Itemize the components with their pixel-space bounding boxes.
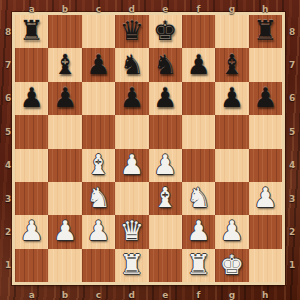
piece-white-pawn[interactable]: ♟	[86, 217, 110, 244]
rank-label-1-left: 1	[5, 260, 11, 270]
square-b8[interactable]	[48, 15, 81, 48]
square-h2[interactable]	[249, 215, 282, 248]
piece-black-knight[interactable]: ♞	[120, 51, 144, 78]
file-label-d-bottom: d	[129, 290, 135, 300]
square-h3[interactable]: ♟	[249, 182, 282, 215]
square-d7[interactable]: ♞	[115, 48, 148, 81]
square-b5[interactable]	[48, 115, 81, 148]
file-label-g-top: g	[229, 4, 235, 14]
piece-black-rook[interactable]: ♜	[20, 17, 44, 44]
square-f3[interactable]: ♞	[182, 182, 215, 215]
piece-black-pawn[interactable]: ♟	[186, 51, 210, 78]
square-d5[interactable]	[115, 115, 148, 148]
piece-white-queen[interactable]: ♛	[120, 217, 144, 244]
square-b1[interactable]	[48, 249, 81, 282]
rank-label-2-right: 2	[289, 227, 295, 237]
square-c2[interactable]: ♟	[82, 215, 115, 248]
square-b7[interactable]: ♝	[48, 48, 81, 81]
piece-black-queen[interactable]: ♛	[120, 17, 144, 44]
square-c6[interactable]	[82, 82, 115, 115]
square-h4[interactable]	[249, 149, 282, 182]
piece-black-bishop[interactable]: ♝	[53, 51, 77, 78]
chess-board: ♜♛♚♜♝♟♞♞♟♝♟♟♟♟♟♟♝♟♟♞♝♞♟♟♟♟♛♟♟♜♜♚	[15, 15, 282, 282]
piece-black-pawn[interactable]: ♟	[53, 84, 77, 111]
piece-black-knight[interactable]: ♞	[153, 51, 177, 78]
square-e2[interactable]	[149, 215, 182, 248]
square-h1[interactable]	[249, 249, 282, 282]
square-d6[interactable]: ♟	[115, 82, 148, 115]
file-label-c-top: c	[96, 4, 101, 14]
file-label-h-bottom: h	[262, 290, 268, 300]
file-label-g-bottom: g	[229, 290, 235, 300]
piece-white-pawn[interactable]: ♟	[186, 217, 210, 244]
square-f7[interactable]: ♟	[182, 48, 215, 81]
square-e1[interactable]	[149, 249, 182, 282]
rank-label-8-left: 8	[5, 27, 11, 37]
piece-white-pawn[interactable]: ♟	[120, 151, 144, 178]
file-label-f-bottom: f	[197, 290, 201, 300]
rank-label-8-right: 8	[289, 27, 295, 37]
square-g2[interactable]: ♟	[215, 215, 248, 248]
file-label-e-bottom: e	[162, 290, 168, 300]
square-d2[interactable]: ♛	[115, 215, 148, 248]
square-g4[interactable]	[215, 149, 248, 182]
square-d1[interactable]: ♜	[115, 249, 148, 282]
file-label-d-top: d	[129, 4, 135, 14]
piece-white-bishop[interactable]: ♝	[86, 151, 110, 178]
square-d8[interactable]: ♛	[115, 15, 148, 48]
square-a7[interactable]	[15, 48, 48, 81]
square-a5[interactable]	[15, 115, 48, 148]
piece-white-pawn[interactable]: ♟	[20, 217, 44, 244]
file-label-a-bottom: a	[29, 290, 35, 300]
square-a2[interactable]: ♟	[15, 215, 48, 248]
piece-white-rook[interactable]: ♜	[186, 251, 210, 278]
square-f2[interactable]: ♟	[182, 215, 215, 248]
square-c7[interactable]: ♟	[82, 48, 115, 81]
piece-white-rook[interactable]: ♜	[120, 251, 144, 278]
square-c1[interactable]	[82, 249, 115, 282]
square-e8[interactable]: ♚	[149, 15, 182, 48]
square-f8[interactable]	[182, 15, 215, 48]
square-a4[interactable]	[15, 149, 48, 182]
square-a3[interactable]	[15, 182, 48, 215]
rank-label-6-right: 6	[289, 93, 295, 103]
file-label-b-bottom: b	[62, 290, 68, 300]
square-c3[interactable]: ♞	[82, 182, 115, 215]
square-g6[interactable]: ♟	[215, 82, 248, 115]
piece-black-king[interactable]: ♚	[153, 17, 177, 44]
rank-label-3-right: 3	[289, 194, 295, 204]
file-label-h-top: h	[262, 4, 268, 14]
square-h7[interactable]	[249, 48, 282, 81]
piece-black-bishop[interactable]: ♝	[220, 51, 244, 78]
square-e7[interactable]: ♞	[149, 48, 182, 81]
file-label-c-bottom: c	[96, 290, 101, 300]
piece-black-rook[interactable]: ♜	[253, 17, 277, 44]
square-b6[interactable]: ♟	[48, 82, 81, 115]
piece-white-king[interactable]: ♚	[220, 251, 244, 278]
square-b4[interactable]	[48, 149, 81, 182]
rank-label-4-left: 4	[5, 160, 11, 170]
square-h6[interactable]: ♟	[249, 82, 282, 115]
piece-white-pawn[interactable]: ♟	[153, 151, 177, 178]
square-e3[interactable]: ♝	[149, 182, 182, 215]
rank-label-5-left: 5	[5, 127, 11, 137]
piece-black-pawn[interactable]: ♟	[86, 51, 110, 78]
file-label-b-top: b	[62, 4, 68, 14]
square-g8[interactable]	[215, 15, 248, 48]
square-d3[interactable]	[115, 182, 148, 215]
square-e5[interactable]	[149, 115, 182, 148]
square-a1[interactable]	[15, 249, 48, 282]
rank-label-4-right: 4	[289, 160, 295, 170]
rank-label-3-left: 3	[5, 194, 11, 204]
square-c4[interactable]: ♝	[82, 149, 115, 182]
square-g7[interactable]: ♝	[215, 48, 248, 81]
piece-black-pawn[interactable]: ♟	[20, 84, 44, 111]
square-g3[interactable]	[215, 182, 248, 215]
chess-app-frame: ♜♛♚♜♝♟♞♞♟♝♟♟♟♟♟♟♝♟♟♞♝♞♟♟♟♟♛♟♟♜♜♚ aabbccd…	[0, 0, 300, 300]
square-a8[interactable]: ♜	[15, 15, 48, 48]
piece-white-knight[interactable]: ♞	[186, 184, 210, 211]
rank-label-6-left: 6	[5, 93, 11, 103]
file-label-e-top: e	[162, 4, 168, 14]
rank-label-7-right: 7	[289, 60, 295, 70]
piece-white-pawn[interactable]: ♟	[220, 217, 244, 244]
square-f5[interactable]	[182, 115, 215, 148]
piece-white-pawn[interactable]: ♟	[253, 184, 277, 211]
square-e4[interactable]: ♟	[149, 149, 182, 182]
piece-black-pawn[interactable]: ♟	[153, 84, 177, 111]
square-d4[interactable]: ♟	[115, 149, 148, 182]
square-e6[interactable]: ♟	[149, 82, 182, 115]
square-c8[interactable]	[82, 15, 115, 48]
square-b3[interactable]	[48, 182, 81, 215]
rank-label-7-left: 7	[5, 60, 11, 70]
square-h8[interactable]: ♜	[249, 15, 282, 48]
square-g5[interactable]	[215, 115, 248, 148]
piece-black-pawn[interactable]: ♟	[120, 84, 144, 111]
file-label-a-top: a	[29, 4, 35, 14]
square-f4[interactable]	[182, 149, 215, 182]
rank-label-1-right: 1	[289, 260, 295, 270]
square-h5[interactable]	[249, 115, 282, 148]
square-g1[interactable]: ♚	[215, 249, 248, 282]
square-f1[interactable]: ♜	[182, 249, 215, 282]
piece-white-pawn[interactable]: ♟	[53, 217, 77, 244]
file-label-f-top: f	[197, 4, 201, 14]
square-f6[interactable]	[182, 82, 215, 115]
square-b2[interactable]: ♟	[48, 215, 81, 248]
square-a6[interactable]: ♟	[15, 82, 48, 115]
rank-label-2-left: 2	[5, 227, 11, 237]
square-c5[interactable]	[82, 115, 115, 148]
piece-white-bishop[interactable]: ♝	[153, 184, 177, 211]
rank-label-5-right: 5	[289, 127, 295, 137]
piece-black-pawn[interactable]: ♟	[253, 84, 277, 111]
piece-black-pawn[interactable]: ♟	[220, 84, 244, 111]
piece-white-knight[interactable]: ♞	[86, 184, 110, 211]
